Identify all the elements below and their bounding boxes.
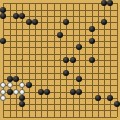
black-stone[interactable] xyxy=(19,13,25,19)
white-stone[interactable] xyxy=(13,89,19,95)
board-gridline xyxy=(10,3,11,117)
board-gridline xyxy=(3,10,117,11)
board-gridline xyxy=(3,79,117,80)
black-stone[interactable] xyxy=(101,19,107,25)
white-stone[interactable] xyxy=(19,89,25,95)
black-stone[interactable] xyxy=(0,7,6,13)
black-stone[interactable] xyxy=(89,38,95,44)
board-gridline xyxy=(47,3,48,117)
star-point xyxy=(59,21,61,23)
board-gridline xyxy=(3,66,117,67)
star-point xyxy=(97,21,99,23)
black-stone[interactable] xyxy=(19,95,25,101)
board-gridline xyxy=(3,29,117,30)
black-stone[interactable] xyxy=(95,95,101,101)
black-stone[interactable] xyxy=(13,13,19,19)
star-point xyxy=(59,59,61,61)
black-stone[interactable] xyxy=(19,101,25,107)
board-gridline xyxy=(3,47,117,48)
board-gridline xyxy=(3,54,117,55)
star-point xyxy=(21,59,23,61)
black-stone[interactable] xyxy=(32,19,38,25)
black-stone[interactable] xyxy=(13,76,19,82)
star-point xyxy=(97,59,99,61)
black-stone[interactable] xyxy=(26,82,32,88)
black-stone[interactable] xyxy=(7,89,13,95)
board-gridline xyxy=(3,60,117,61)
white-stone[interactable] xyxy=(7,82,13,88)
board-gridline xyxy=(3,117,117,118)
black-stone[interactable] xyxy=(0,13,6,19)
board-gridline xyxy=(16,3,17,117)
board-gridline xyxy=(79,3,80,117)
star-point xyxy=(59,97,61,99)
black-stone[interactable] xyxy=(70,57,76,63)
black-stone[interactable] xyxy=(38,89,44,95)
board-gridline xyxy=(85,3,86,117)
black-stone[interactable] xyxy=(89,57,95,63)
board-gridline xyxy=(60,3,61,117)
board-gridline xyxy=(117,3,118,117)
board-gridline xyxy=(3,73,117,74)
star-point xyxy=(21,21,23,23)
board-gridline xyxy=(3,22,117,23)
black-stone[interactable] xyxy=(76,89,82,95)
white-stone[interactable] xyxy=(0,95,6,101)
board-gridline xyxy=(3,3,117,4)
go-board[interactable] xyxy=(0,0,120,120)
board-gridline xyxy=(3,41,117,42)
board-gridline xyxy=(41,3,42,117)
black-stone[interactable] xyxy=(114,101,120,107)
black-stone[interactable] xyxy=(44,89,50,95)
black-stone[interactable] xyxy=(76,44,82,50)
white-stone[interactable] xyxy=(19,82,25,88)
board-gridline xyxy=(3,110,117,111)
black-stone[interactable] xyxy=(26,19,32,25)
black-stone[interactable] xyxy=(101,0,107,6)
white-stone[interactable] xyxy=(0,89,6,95)
black-stone[interactable] xyxy=(63,19,69,25)
black-stone[interactable] xyxy=(57,32,63,38)
black-stone[interactable] xyxy=(70,89,76,95)
board-gridline xyxy=(54,3,55,117)
black-stone[interactable] xyxy=(63,70,69,76)
black-stone[interactable] xyxy=(7,76,13,82)
black-stone[interactable] xyxy=(107,95,113,101)
black-stone[interactable] xyxy=(89,26,95,32)
black-stone[interactable] xyxy=(0,38,6,44)
white-stone[interactable] xyxy=(0,82,6,88)
black-stone[interactable] xyxy=(107,0,113,6)
black-stone[interactable] xyxy=(63,57,69,63)
black-stone[interactable] xyxy=(76,76,82,82)
